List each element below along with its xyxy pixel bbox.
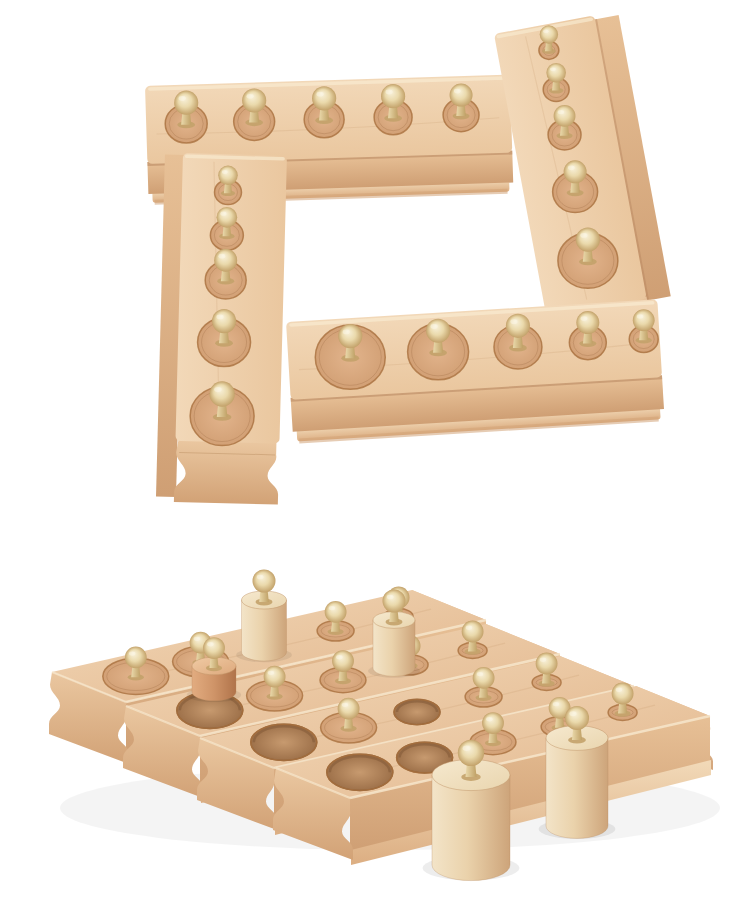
bottom-arrangement — [49, 570, 720, 881]
product-photo-svg — [0, 0, 750, 906]
empty-socket — [251, 724, 317, 760]
top-arrangement — [145, 11, 673, 505]
empty-socket — [394, 699, 440, 724]
product-photo-stage: Product photo of a natural wood Montesso… — [0, 0, 750, 906]
standing-cylinder-tall — [236, 570, 292, 663]
inserted-cylinder-socket — [315, 324, 385, 389]
empty-socket — [327, 754, 393, 790]
photo-canvas — [0, 0, 750, 906]
